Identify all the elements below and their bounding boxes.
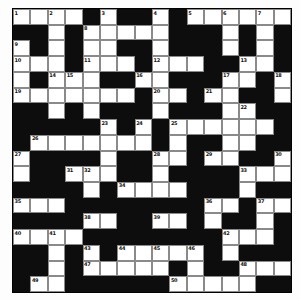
white-cell[interactable]: [204, 119, 221, 135]
clue-number: 36: [206, 198, 212, 204]
black-cell: [274, 276, 291, 292]
black-cell: [239, 245, 256, 261]
white-cell[interactable]: 27: [13, 151, 30, 167]
white-cell[interactable]: [169, 151, 186, 167]
white-cell[interactable]: 6: [222, 9, 239, 25]
black-cell: [274, 25, 291, 41]
black-cell: [204, 182, 221, 198]
black-cell: [152, 198, 169, 214]
white-cell[interactable]: 36: [204, 198, 221, 214]
white-cell[interactable]: [100, 135, 117, 151]
black-cell: [256, 72, 273, 88]
white-cell[interactable]: [169, 182, 186, 198]
black-cell: [13, 182, 30, 198]
black-cell: [117, 213, 134, 229]
black-cell: [117, 119, 134, 135]
white-cell[interactable]: [83, 182, 100, 198]
clue-number: 8: [84, 25, 87, 31]
white-cell[interactable]: 23: [100, 119, 117, 135]
white-cell[interactable]: [152, 166, 169, 182]
white-cell[interactable]: 34: [117, 182, 134, 198]
clue-number: 31: [67, 167, 73, 173]
white-cell[interactable]: [13, 72, 30, 88]
white-cell[interactable]: [48, 103, 65, 119]
black-cell: [83, 151, 100, 167]
white-cell[interactable]: [256, 166, 273, 182]
white-cell[interactable]: 46: [187, 245, 204, 261]
crossword-grid: 1234567891011121314151617181920212223242…: [12, 8, 292, 293]
white-cell[interactable]: [100, 56, 117, 72]
white-cell[interactable]: 9: [13, 40, 30, 56]
clue-number: 1: [15, 10, 18, 16]
black-cell: [204, 135, 221, 151]
white-cell[interactable]: [100, 151, 117, 167]
black-cell: [204, 245, 221, 261]
white-cell[interactable]: 16: [135, 72, 152, 88]
white-cell[interactable]: 44: [117, 245, 134, 261]
white-cell[interactable]: 14: [48, 72, 65, 88]
black-cell: [117, 9, 134, 25]
black-cell: [256, 245, 273, 261]
clue-number: 32: [84, 167, 90, 173]
white-cell[interactable]: [48, 88, 65, 104]
white-cell[interactable]: [187, 119, 204, 135]
clue-number: 45: [154, 245, 160, 251]
black-cell: [239, 213, 256, 229]
black-cell: [204, 40, 221, 56]
black-cell: [169, 25, 186, 41]
clue-number: 29: [206, 151, 212, 157]
black-cell: [30, 245, 47, 261]
black-cell: [48, 119, 65, 135]
white-cell[interactable]: [204, 213, 221, 229]
white-cell[interactable]: 48: [239, 261, 256, 277]
black-cell: [48, 182, 65, 198]
white-cell[interactable]: [117, 25, 134, 41]
black-cell: [169, 198, 186, 214]
white-cell[interactable]: [83, 72, 100, 88]
black-cell: [117, 151, 134, 167]
white-cell[interactable]: [48, 56, 65, 72]
white-cell[interactable]: 17: [222, 72, 239, 88]
black-cell: [117, 276, 134, 292]
white-cell[interactable]: [239, 276, 256, 292]
white-cell[interactable]: 42: [222, 229, 239, 245]
black-cell: [117, 72, 134, 88]
white-cell[interactable]: 1: [13, 9, 30, 25]
black-cell: [152, 229, 169, 245]
white-cell[interactable]: [48, 135, 65, 151]
white-cell[interactable]: [187, 261, 204, 277]
clue-number: 12: [154, 57, 160, 63]
white-cell[interactable]: 19: [13, 88, 30, 104]
white-cell[interactable]: [222, 276, 239, 292]
black-cell: [222, 56, 239, 72]
black-cell: [30, 25, 47, 41]
white-cell[interactable]: [256, 213, 273, 229]
white-cell[interactable]: 3: [100, 9, 117, 25]
clue-number: 22: [240, 104, 246, 110]
black-cell: [30, 213, 47, 229]
white-cell[interactable]: [222, 40, 239, 56]
black-cell: [152, 119, 169, 135]
white-cell[interactable]: [169, 56, 186, 72]
black-cell: [30, 166, 47, 182]
white-cell[interactable]: 10: [13, 56, 30, 72]
white-cell[interactable]: [256, 40, 273, 56]
clue-number: 9: [15, 41, 18, 47]
black-cell: [100, 245, 117, 261]
white-cell[interactable]: [274, 88, 291, 104]
clue-number: 15: [67, 72, 73, 78]
white-cell[interactable]: 31: [65, 166, 82, 182]
clue-number: 26: [32, 135, 38, 141]
black-cell: [30, 261, 47, 277]
white-cell[interactable]: 21: [204, 88, 221, 104]
white-cell[interactable]: [169, 135, 186, 151]
white-cell[interactable]: [239, 119, 256, 135]
black-cell: [187, 166, 204, 182]
white-cell[interactable]: [152, 40, 169, 56]
black-cell: [100, 229, 117, 245]
black-cell: [83, 229, 100, 245]
white-cell[interactable]: [30, 9, 47, 25]
white-cell[interactable]: 37: [256, 198, 273, 214]
white-cell[interactable]: [152, 25, 169, 41]
black-cell: [135, 198, 152, 214]
black-cell: [65, 151, 82, 167]
white-cell[interactable]: [152, 261, 169, 277]
white-cell[interactable]: [100, 25, 117, 41]
white-cell[interactable]: [117, 135, 134, 151]
clue-number: 34: [119, 182, 125, 188]
white-cell[interactable]: 13: [239, 56, 256, 72]
black-cell: [256, 135, 273, 151]
white-cell[interactable]: [48, 276, 65, 292]
white-cell[interactable]: [30, 88, 47, 104]
white-cell[interactable]: [83, 103, 100, 119]
black-cell: [187, 198, 204, 214]
clue-number: 39: [154, 214, 160, 220]
black-cell: [222, 261, 239, 277]
black-cell: [274, 119, 291, 135]
white-cell[interactable]: [187, 276, 204, 292]
white-cell[interactable]: [152, 182, 169, 198]
clue-number: 46: [188, 245, 194, 251]
black-cell: [274, 213, 291, 229]
black-cell: [187, 103, 204, 119]
black-cell: [65, 198, 82, 214]
white-cell[interactable]: [256, 261, 273, 277]
white-cell[interactable]: [274, 166, 291, 182]
white-cell[interactable]: [65, 88, 82, 104]
white-cell[interactable]: [239, 9, 256, 25]
black-cell: [83, 198, 100, 214]
white-cell[interactable]: [152, 72, 169, 88]
black-cell: [274, 56, 291, 72]
black-cell: [256, 182, 273, 198]
black-cell: [204, 72, 221, 88]
clue-number: 42: [223, 230, 229, 236]
white-cell[interactable]: 45: [152, 245, 169, 261]
clue-number: 7: [258, 10, 261, 16]
black-cell: [204, 229, 221, 245]
white-cell[interactable]: [135, 245, 152, 261]
clue-number: 16: [136, 72, 142, 78]
white-cell[interactable]: [274, 9, 291, 25]
white-cell[interactable]: [100, 166, 117, 182]
black-cell: [117, 198, 134, 214]
white-cell[interactable]: 20: [152, 88, 169, 104]
black-cell: [30, 40, 47, 56]
clue-number: 37: [258, 198, 264, 204]
white-cell[interactable]: 7: [256, 9, 273, 25]
white-cell[interactable]: 49: [30, 276, 47, 292]
black-cell: [204, 103, 221, 119]
white-cell[interactable]: 22: [239, 103, 256, 119]
white-cell[interactable]: [100, 213, 117, 229]
black-cell: [204, 25, 221, 41]
clue-number: 5: [188, 10, 191, 16]
white-cell[interactable]: 15: [65, 72, 82, 88]
clue-number: 20: [154, 88, 160, 94]
white-cell[interactable]: [30, 56, 47, 72]
white-cell[interactable]: [135, 261, 152, 277]
black-cell: [30, 72, 47, 88]
white-cell[interactable]: 43: [83, 245, 100, 261]
white-cell[interactable]: [65, 229, 82, 245]
black-cell: [135, 276, 152, 292]
black-cell: [100, 182, 117, 198]
white-cell[interactable]: 24: [135, 119, 152, 135]
white-cell[interactable]: [100, 88, 117, 104]
white-cell[interactable]: [135, 25, 152, 41]
clue-number: 14: [49, 72, 55, 78]
clue-number: 40: [15, 230, 21, 236]
clue-number: 44: [119, 245, 125, 251]
white-cell[interactable]: [135, 182, 152, 198]
black-cell: [48, 151, 65, 167]
white-cell[interactable]: 47: [83, 261, 100, 277]
white-cell[interactable]: [117, 56, 134, 72]
white-cell[interactable]: 11: [83, 56, 100, 72]
black-cell: [117, 103, 134, 119]
black-cell: [187, 40, 204, 56]
white-cell[interactable]: [100, 261, 117, 277]
white-cell[interactable]: [239, 229, 256, 245]
white-cell[interactable]: [222, 135, 239, 151]
white-cell[interactable]: 33: [239, 166, 256, 182]
white-cell[interactable]: [135, 135, 152, 151]
black-cell: [152, 276, 169, 292]
white-cell[interactable]: 41: [48, 229, 65, 245]
black-cell: [30, 182, 47, 198]
black-cell: [135, 213, 152, 229]
black-cell: [65, 56, 82, 72]
black-cell: [274, 40, 291, 56]
white-cell[interactable]: 28: [152, 151, 169, 167]
clue-number: 28: [154, 151, 160, 157]
white-cell[interactable]: 35: [13, 198, 30, 214]
black-cell: [256, 103, 273, 119]
white-cell[interactable]: [169, 88, 186, 104]
white-cell[interactable]: 12: [152, 56, 169, 72]
black-cell: [169, 103, 186, 119]
black-cell: [65, 261, 82, 277]
black-cell: [135, 88, 152, 104]
clue-number: 41: [49, 230, 55, 236]
clue-number: 43: [84, 245, 90, 251]
black-cell: [187, 88, 204, 104]
black-cell: [135, 166, 152, 182]
black-cell: [274, 182, 291, 198]
white-cell[interactable]: [187, 56, 204, 72]
white-cell[interactable]: [65, 135, 82, 151]
black-cell: [13, 25, 30, 41]
white-cell[interactable]: [100, 40, 117, 56]
white-cell[interactable]: [169, 245, 186, 261]
black-cell: [100, 198, 117, 214]
white-cell[interactable]: [169, 213, 186, 229]
black-cell: [135, 40, 152, 56]
white-cell[interactable]: 4: [152, 9, 169, 25]
black-cell: [169, 72, 186, 88]
white-cell[interactable]: [222, 25, 239, 41]
white-cell[interactable]: [30, 229, 47, 245]
black-cell: [222, 166, 239, 182]
black-cell: [65, 245, 82, 261]
white-cell[interactable]: [239, 182, 256, 198]
white-cell[interactable]: 26: [30, 135, 47, 151]
white-cell[interactable]: [239, 135, 256, 151]
black-cell: [169, 40, 186, 56]
black-cell: [48, 166, 65, 182]
white-cell[interactable]: [204, 9, 221, 25]
black-cell: [274, 245, 291, 261]
white-cell[interactable]: [222, 119, 239, 135]
white-cell[interactable]: [274, 261, 291, 277]
white-cell[interactable]: [30, 198, 47, 214]
black-cell: [83, 119, 100, 135]
clue-number: 47: [84, 261, 90, 267]
white-cell[interactable]: 25: [169, 119, 186, 135]
white-cell[interactable]: 38: [83, 213, 100, 229]
black-cell: [65, 213, 82, 229]
black-cell: [256, 276, 273, 292]
white-cell[interactable]: [117, 88, 134, 104]
white-cell[interactable]: [256, 25, 273, 41]
black-cell: [65, 103, 82, 119]
white-cell[interactable]: [13, 166, 30, 182]
white-cell[interactable]: [48, 40, 65, 56]
black-cell: [256, 88, 273, 104]
white-cell[interactable]: [204, 276, 221, 292]
black-cell: [83, 9, 100, 25]
black-cell: [204, 261, 221, 277]
white-cell[interactable]: [48, 245, 65, 261]
clue-number: 10: [15, 57, 21, 63]
black-cell: [135, 151, 152, 167]
black-cell: [239, 25, 256, 41]
white-cell[interactable]: 2: [48, 9, 65, 25]
white-cell[interactable]: [48, 198, 65, 214]
black-cell: [152, 135, 169, 151]
black-cell: [187, 151, 204, 167]
white-cell[interactable]: [239, 72, 256, 88]
white-cell[interactable]: 29: [204, 151, 221, 167]
clue-number: 2: [49, 10, 52, 16]
clue-number: 50: [171, 277, 177, 283]
white-cell[interactable]: 50: [169, 276, 186, 292]
white-cell[interactable]: [152, 103, 169, 119]
black-cell: [100, 276, 117, 292]
white-cell[interactable]: 18: [274, 72, 291, 88]
white-cell[interactable]: [222, 198, 239, 214]
black-cell: [117, 229, 134, 245]
white-cell[interactable]: [256, 229, 273, 245]
white-cell[interactable]: [83, 40, 100, 56]
white-cell[interactable]: [256, 119, 273, 135]
black-cell: [187, 213, 204, 229]
black-cell: [135, 103, 152, 119]
clue-number: 38: [84, 214, 90, 220]
black-cell: [13, 276, 30, 292]
black-cell: [135, 9, 152, 25]
crossword-page: 1234567891011121314151617181920212223242…: [0, 0, 300, 300]
white-cell[interactable]: [65, 9, 82, 25]
black-cell: [239, 198, 256, 214]
black-cell: [239, 151, 256, 167]
clue-number: 48: [240, 261, 246, 267]
black-cell: [274, 135, 291, 151]
white-cell[interactable]: 5: [187, 9, 204, 25]
white-cell[interactable]: [222, 103, 239, 119]
white-cell[interactable]: [222, 88, 239, 104]
white-cell[interactable]: [274, 198, 291, 214]
white-cell[interactable]: 40: [13, 229, 30, 245]
white-cell[interactable]: 32: [83, 166, 100, 182]
white-cell[interactable]: 8: [83, 25, 100, 41]
clue-number: 4: [154, 10, 157, 16]
white-cell[interactable]: [222, 151, 239, 167]
clue-number: 24: [136, 120, 142, 126]
white-cell[interactable]: [83, 88, 100, 104]
black-cell: [274, 103, 291, 119]
black-cell: [169, 9, 186, 25]
white-cell[interactable]: [48, 25, 65, 41]
white-cell[interactable]: 39: [152, 213, 169, 229]
white-cell[interactable]: [117, 261, 134, 277]
white-cell[interactable]: [256, 56, 273, 72]
black-cell: [30, 119, 47, 135]
white-cell[interactable]: [48, 261, 65, 277]
black-cell: [187, 135, 204, 151]
black-cell: [187, 72, 204, 88]
white-cell[interactable]: 30: [274, 151, 291, 167]
clue-number: 27: [15, 151, 21, 157]
black-cell: [256, 151, 273, 167]
clue-number: 23: [101, 120, 107, 126]
white-cell[interactable]: [83, 135, 100, 151]
black-cell: [30, 151, 47, 167]
white-cell[interactable]: [222, 245, 239, 261]
clue-number: 49: [32, 277, 38, 283]
clue-number: 35: [15, 198, 21, 204]
black-cell: [117, 166, 134, 182]
black-cell: [135, 229, 152, 245]
black-cell: [83, 276, 100, 292]
black-cell: [65, 119, 82, 135]
